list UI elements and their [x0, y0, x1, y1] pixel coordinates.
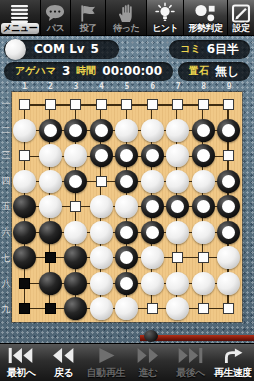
time-label: 時間 [76, 64, 96, 78]
point-c7-r4[interactable] [165, 169, 191, 195]
white-stone [141, 170, 164, 193]
col-label: 4 [89, 82, 115, 92]
menu-icon [9, 2, 30, 23]
point-c1-r2[interactable] [12, 118, 38, 144]
dead-black-stone [192, 119, 215, 142]
point-c3-r4[interactable] [63, 169, 89, 195]
dead-black-stone [141, 221, 164, 244]
white-stone [115, 119, 138, 142]
toolbar-button-label: ヒント [152, 23, 178, 34]
dead-stone-mark [120, 149, 133, 162]
dead-stone-mark [222, 175, 235, 188]
speech-bubble-icon [44, 2, 66, 23]
dead-stone-mark [120, 277, 133, 290]
point-c4-r1[interactable] [89, 92, 115, 118]
black-stone [64, 297, 87, 320]
white-stone [141, 119, 164, 142]
point-c8-r5[interactable] [191, 194, 217, 220]
white-territory-marker [223, 303, 234, 314]
point-c8-r1[interactable] [191, 92, 217, 118]
point-c6-r9[interactable] [140, 296, 166, 322]
skip-to-end-icon [176, 346, 204, 365]
white-territory-marker [172, 99, 183, 110]
skip-to-start-button[interactable]: 最初へ [0, 344, 42, 381]
row-label: 八 [0, 271, 12, 297]
white-territory-marker [121, 99, 132, 110]
point-c8-r4[interactable] [191, 169, 217, 195]
point-c5-r4[interactable] [114, 169, 140, 195]
white-territory-marker [223, 150, 234, 161]
point-c7-r5[interactable] [165, 194, 191, 220]
captures-time-display: アゲハマ 3 時間 00:00:00 [4, 62, 173, 81]
point-c6-r2[interactable] [140, 118, 166, 144]
dead-stone-mark [69, 124, 82, 137]
playback-button-label: 再生速度 [214, 366, 252, 380]
playback-button-label: 自動再生 [87, 366, 125, 380]
white-stone [166, 119, 189, 142]
dead-black-stone [192, 144, 215, 167]
white-territory-marker [19, 150, 30, 161]
skip-to-start-icon [7, 346, 35, 365]
dead-stone-mark [146, 226, 159, 239]
point-c7-r6[interactable] [165, 220, 191, 246]
point-c5-r2[interactable] [114, 118, 140, 144]
row-label: 五 [0, 194, 12, 220]
point-c2-r6[interactable] [38, 220, 64, 246]
judge-button[interactable]: 形勢判定 [184, 0, 228, 35]
handicap-display: 置石 無し [178, 62, 250, 81]
back-button[interactable]: 戻る [42, 344, 84, 381]
white-stone [90, 246, 113, 269]
row-label: 二 [0, 118, 12, 144]
point-c2-r7[interactable] [38, 245, 64, 271]
dead-stone-mark [95, 149, 108, 162]
dead-black-stone [115, 144, 138, 167]
point-c3-r6[interactable] [63, 220, 89, 246]
point-c9-r2[interactable] [216, 118, 242, 144]
flag-icon [78, 2, 98, 23]
dead-black-stone [192, 195, 215, 218]
player-label: COM Lv [34, 42, 85, 56]
white-stone [13, 119, 36, 142]
white-territory-marker [147, 99, 158, 110]
point-c4-r4[interactable] [89, 169, 115, 195]
white-stone [166, 144, 189, 167]
dead-stone-mark [44, 124, 57, 137]
black-stone [39, 272, 62, 295]
dead-black-stone [90, 144, 113, 167]
white-stone [90, 297, 113, 320]
handicap-value: 無し [215, 63, 239, 80]
dead-black-stone [115, 170, 138, 193]
point-c2-r5[interactable] [38, 194, 64, 220]
white-stone [64, 221, 87, 244]
col-label: 1 [12, 82, 38, 92]
black-stone [13, 221, 36, 244]
toolbar-button-label: 形勢判定 [188, 23, 222, 34]
point-c1-r5[interactable] [12, 194, 38, 220]
dead-stone-mark [146, 149, 159, 162]
white-territory-marker [70, 99, 81, 110]
player-level-value: 5 [91, 42, 99, 56]
white-stone [90, 195, 113, 218]
row-label: 七 [0, 245, 12, 271]
settings-button[interactable]: 設定 [228, 0, 254, 35]
dead-black-stone [64, 119, 87, 142]
dead-black-stone [217, 195, 240, 218]
dead-stone-mark [146, 200, 159, 213]
playback-button-label: 最後へ [176, 366, 205, 380]
white-stone [90, 221, 113, 244]
column-labels: 123456789 [12, 82, 242, 92]
dead-stone-mark [222, 200, 235, 213]
skip-to-end-button[interactable]: 最後へ [169, 344, 211, 381]
point-c7-r1[interactable] [165, 92, 191, 118]
white-territory-marker [70, 201, 81, 212]
dead-stone-mark [197, 200, 210, 213]
white-stone [166, 272, 189, 295]
dead-black-stone [90, 119, 113, 142]
playback-button-label: 最初へ [7, 366, 36, 380]
point-c4-r7[interactable] [89, 245, 115, 271]
white-stone [217, 246, 240, 269]
white-stone [90, 272, 113, 295]
white-territory-marker [19, 99, 30, 110]
point-c4-r9[interactable] [89, 296, 115, 322]
white-stone [39, 195, 62, 218]
point-c4-r2[interactable] [89, 118, 115, 144]
playback-speed-button[interactable]: 再生速度 [212, 344, 254, 381]
point-c6-r5[interactable] [140, 194, 166, 220]
dead-stone-mark [197, 124, 210, 137]
col-label: 2 [38, 82, 64, 92]
white-stone [39, 170, 62, 193]
komi-label: コミ [180, 42, 200, 56]
white-stone [115, 297, 138, 320]
white-territory-marker [198, 99, 209, 110]
info-row-player: COM Lv 5 コミ 6目半 [0, 38, 254, 60]
point-c9-r3[interactable] [216, 143, 242, 169]
time-value: 00:00:00 [102, 64, 162, 78]
playback-speed-icon [221, 346, 245, 365]
point-c9-r5[interactable] [216, 194, 242, 220]
dead-stone-mark [222, 124, 235, 137]
point-c6-r7[interactable] [140, 245, 166, 271]
white-territory-marker [223, 99, 234, 110]
point-c3-r3[interactable] [63, 143, 89, 169]
dead-black-stone [64, 170, 87, 193]
dead-stone-mark [222, 226, 235, 239]
point-c1-r1[interactable] [12, 92, 38, 118]
info-row-status: アゲハマ 3 時間 00:00:00 置石 無し [0, 60, 254, 82]
point-c6-r8[interactable] [140, 271, 166, 297]
white-territory-marker [45, 99, 56, 110]
dead-black-stone [141, 144, 164, 167]
hand-icon [118, 2, 135, 23]
dead-black-stone [217, 221, 240, 244]
point-c6-r4[interactable] [140, 169, 166, 195]
row-label: 九 [0, 296, 12, 322]
white-stone [166, 170, 189, 193]
point-c8-r6[interactable] [191, 220, 217, 246]
point-c7-r2[interactable] [165, 118, 191, 144]
row-label: 四 [0, 169, 12, 195]
go-board [12, 92, 242, 322]
white-stone [166, 221, 189, 244]
captures-label: アゲハマ [15, 64, 56, 78]
black-territory-marker [45, 303, 56, 314]
dead-stone-mark [171, 200, 184, 213]
point-c7-r7[interactable] [165, 245, 191, 271]
point-c4-r3[interactable] [89, 143, 115, 169]
black-stone [13, 195, 36, 218]
white-stone [192, 170, 215, 193]
toolbar-button-label: 待った [113, 23, 139, 34]
dead-black-stone [115, 246, 138, 269]
point-c4-r6[interactable] [89, 220, 115, 246]
point-c5-r5[interactable] [114, 194, 140, 220]
point-c9-r6[interactable] [216, 220, 242, 246]
hint-button[interactable]: ヒント [147, 0, 184, 35]
point-c7-r8[interactable] [165, 271, 191, 297]
white-stone [192, 221, 215, 244]
point-c3-r1[interactable] [63, 92, 89, 118]
point-c9-r8[interactable] [216, 271, 242, 297]
undo-button[interactable]: 待った [106, 0, 147, 35]
handicap-label: 置石 [189, 64, 209, 78]
point-c3-r7[interactable] [63, 245, 89, 271]
point-c9-r1[interactable] [216, 92, 242, 118]
point-c1-r6[interactable] [12, 220, 38, 246]
white-territory-marker [96, 176, 107, 187]
col-label: 3 [63, 82, 89, 92]
fast-forward-icon [135, 346, 161, 365]
point-c9-r4[interactable] [216, 169, 242, 195]
point-c8-r8[interactable] [191, 271, 217, 297]
point-c3-r2[interactable] [63, 118, 89, 144]
black-stone [13, 246, 36, 269]
black-territory-marker [45, 252, 56, 263]
dead-stone-mark [95, 124, 108, 137]
board-region: 123456789 一二三四五六七八九 [0, 82, 254, 343]
point-c5-r8[interactable] [114, 271, 140, 297]
dead-stone-mark [120, 251, 133, 264]
toolbar-button-label: 設定 [232, 23, 249, 34]
point-c1-r7[interactable] [12, 245, 38, 271]
col-label: 8 [191, 82, 217, 92]
dead-black-stone [166, 195, 189, 218]
point-c7-r9[interactable] [165, 296, 191, 322]
white-territory-marker [96, 99, 107, 110]
point-c5-r9[interactable] [114, 296, 140, 322]
point-c2-r1[interactable] [38, 92, 64, 118]
point-c2-r4[interactable] [38, 169, 64, 195]
playback-button-label: 戻る [54, 366, 73, 380]
rewind-icon [50, 346, 76, 365]
lightbulb-icon [154, 2, 176, 23]
point-c7-r3[interactable] [165, 143, 191, 169]
col-label: 6 [140, 82, 166, 92]
point-c3-r9[interactable] [63, 296, 89, 322]
toolbar-button-label: メニュー [1, 23, 40, 34]
bottom-strip [0, 322, 254, 343]
playback-button-label: 進む [139, 366, 158, 380]
pass-button[interactable]: パス [41, 0, 71, 35]
white-territory-marker [198, 252, 209, 263]
dead-black-stone [115, 221, 138, 244]
black-stone [64, 272, 87, 295]
col-label: 9 [216, 82, 242, 92]
col-label: 7 [165, 82, 191, 92]
col-label: 5 [114, 82, 140, 92]
point-c8-r3[interactable] [191, 143, 217, 169]
point-c1-r3[interactable] [12, 143, 38, 169]
white-territory-marker [172, 252, 183, 263]
dead-black-stone [141, 195, 164, 218]
row-labels: 一二三四五六七八九 [0, 92, 12, 322]
white-stone [39, 144, 62, 167]
row-label: 六 [0, 220, 12, 246]
resign-button[interactable]: 投了 [71, 0, 106, 35]
point-c6-r6[interactable] [140, 220, 166, 246]
dead-stone-mark [120, 226, 133, 239]
white-stone [115, 195, 138, 218]
dead-black-stone [217, 170, 240, 193]
point-c8-r2[interactable] [191, 118, 217, 144]
white-stone [64, 144, 87, 167]
point-c1-r8[interactable] [12, 271, 38, 297]
go-app-screen: メニューパス投了待ったヒント形勢判定設定 COM Lv 5 コミ 6目半 アゲハ… [0, 0, 254, 381]
settings-pencil-icon [231, 2, 251, 23]
white-stone [166, 297, 189, 320]
black-territory-marker [19, 278, 30, 289]
top-toolbar: メニューパス投了待ったヒント形勢判定設定 [0, 0, 254, 36]
autoplay-button[interactable]: 自動再生 [85, 344, 127, 381]
menu-button[interactable]: メニュー [0, 0, 41, 35]
play-icon [96, 346, 116, 365]
point-c6-r1[interactable] [140, 92, 166, 118]
white-stone [13, 170, 36, 193]
info-area: COM Lv 5 コミ 6目半 アゲハマ 3 時間 00:00:00 置石 無し [0, 36, 254, 82]
playback-toolbar: 最初へ戻る自動再生進む最後へ再生速度 [0, 343, 254, 381]
white-territory-marker [147, 303, 158, 314]
komi-value: 6目半 [207, 41, 239, 58]
dead-black-stone [115, 272, 138, 295]
black-territory-marker [19, 303, 30, 314]
player-indicator: COM Lv 5 [4, 40, 119, 59]
black-stone [64, 246, 87, 269]
komi-display: コミ 6目半 [169, 40, 250, 59]
point-c2-r9[interactable] [38, 296, 64, 322]
white-territory-marker [198, 303, 209, 314]
captures-value: 3 [62, 64, 70, 78]
point-c8-r9[interactable] [191, 296, 217, 322]
point-c4-r8[interactable] [89, 271, 115, 297]
dead-black-stone [39, 119, 62, 142]
dead-black-stone [217, 119, 240, 142]
forward-button[interactable]: 進む [127, 344, 169, 381]
point-c8-r7[interactable] [191, 245, 217, 271]
point-c2-r2[interactable] [38, 118, 64, 144]
point-c5-r1[interactable] [114, 92, 140, 118]
point-c5-r7[interactable] [114, 245, 140, 271]
white-stone [141, 246, 164, 269]
black-stone [39, 221, 62, 244]
dead-stone-mark [197, 149, 210, 162]
point-c9-r7[interactable] [216, 245, 242, 271]
point-c2-r3[interactable] [38, 143, 64, 169]
stones-territory-icon [194, 2, 216, 23]
dead-stone-mark [69, 175, 82, 188]
white-stone [141, 272, 164, 295]
point-c4-r5[interactable] [89, 194, 115, 220]
point-c2-r8[interactable] [38, 271, 64, 297]
point-c1-r4[interactable] [12, 169, 38, 195]
dead-stone-mark [120, 175, 133, 188]
point-c1-r9[interactable] [12, 296, 38, 322]
toolbar-button-label: パス [47, 23, 64, 34]
row-label: 一 [0, 92, 12, 118]
stone-bowl-icon [144, 330, 158, 342]
point-c5-r6[interactable] [114, 220, 140, 246]
point-c9-r9[interactable] [216, 296, 242, 322]
point-c3-r8[interactable] [63, 271, 89, 297]
row-label: 三 [0, 143, 12, 169]
white-stone-icon [5, 39, 26, 60]
point-c5-r3[interactable] [114, 143, 140, 169]
point-c3-r5[interactable] [63, 194, 89, 220]
point-c6-r3[interactable] [140, 143, 166, 169]
toolbar-button-label: 投了 [80, 23, 97, 34]
white-stone [192, 272, 215, 295]
white-stone [217, 272, 240, 295]
